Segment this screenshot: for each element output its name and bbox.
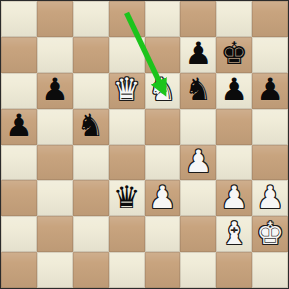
white-knight: ♞	[149, 74, 177, 105]
square-g2[interactable]: ♝	[216, 216, 252, 252]
square-b5[interactable]	[37, 109, 73, 145]
square-c1[interactable]	[73, 252, 109, 288]
white-queen: ♛	[113, 74, 141, 105]
square-e8[interactable]	[145, 1, 181, 37]
square-h3[interactable]: ♟	[252, 180, 288, 216]
square-f4[interactable]: ♟	[180, 145, 216, 181]
white-pawn: ♟	[149, 182, 177, 213]
black-pawn: ♟	[220, 74, 248, 105]
square-f1[interactable]	[180, 252, 216, 288]
square-c8[interactable]	[73, 1, 109, 37]
square-f5[interactable]	[180, 109, 216, 145]
square-b1[interactable]	[37, 252, 73, 288]
square-h1[interactable]	[252, 252, 288, 288]
square-a2[interactable]	[1, 216, 37, 252]
square-d3[interactable]: ♛	[109, 180, 145, 216]
black-knight: ♞	[77, 110, 105, 141]
square-c2[interactable]	[73, 216, 109, 252]
white-pawn: ♟	[184, 146, 212, 177]
square-b4[interactable]	[37, 145, 73, 181]
square-a4[interactable]	[1, 145, 37, 181]
black-queen: ♛	[113, 182, 141, 213]
square-h5[interactable]	[252, 109, 288, 145]
square-b7[interactable]	[37, 37, 73, 73]
square-e7[interactable]	[145, 37, 181, 73]
square-b2[interactable]	[37, 216, 73, 252]
square-c5[interactable]: ♞	[73, 109, 109, 145]
square-g8[interactable]	[216, 1, 252, 37]
square-h8[interactable]	[252, 1, 288, 37]
square-a6[interactable]	[1, 73, 37, 109]
black-king: ♚	[220, 38, 248, 69]
square-d6[interactable]: ♛	[109, 73, 145, 109]
square-f2[interactable]	[180, 216, 216, 252]
square-g1[interactable]	[216, 252, 252, 288]
square-c3[interactable]	[73, 180, 109, 216]
white-king: ♚	[256, 218, 284, 249]
square-a3[interactable]	[1, 180, 37, 216]
square-b6[interactable]: ♟	[37, 73, 73, 109]
square-h6[interactable]: ♟	[252, 73, 288, 109]
square-e3[interactable]: ♟	[145, 180, 181, 216]
square-h4[interactable]	[252, 145, 288, 181]
square-f8[interactable]	[180, 1, 216, 37]
square-c6[interactable]	[73, 73, 109, 109]
white-pawn: ♟	[256, 182, 284, 213]
black-knight: ♞	[184, 74, 212, 105]
chess-board-container: ♟♚♟♛♞♞♟♟♟♞♟♛♟♟♟♝♚	[0, 0, 289, 289]
square-h7[interactable]	[252, 37, 288, 73]
square-d2[interactable]	[109, 216, 145, 252]
square-g7[interactable]: ♚	[216, 37, 252, 73]
square-e4[interactable]	[145, 145, 181, 181]
square-g3[interactable]: ♟	[216, 180, 252, 216]
black-pawn: ♟	[256, 74, 284, 105]
square-b8[interactable]	[37, 1, 73, 37]
square-c4[interactable]	[73, 145, 109, 181]
square-f6[interactable]: ♞	[180, 73, 216, 109]
square-d4[interactable]	[109, 145, 145, 181]
square-e5[interactable]	[145, 109, 181, 145]
black-pawn: ♟	[184, 38, 212, 69]
square-a7[interactable]	[1, 37, 37, 73]
square-d1[interactable]	[109, 252, 145, 288]
square-g4[interactable]	[216, 145, 252, 181]
square-d7[interactable]	[109, 37, 145, 73]
white-bishop: ♝	[220, 218, 248, 249]
square-h2[interactable]: ♚	[252, 216, 288, 252]
black-pawn: ♟	[5, 110, 33, 141]
square-c7[interactable]	[73, 37, 109, 73]
square-d8[interactable]	[109, 1, 145, 37]
black-pawn: ♟	[41, 74, 69, 105]
square-e6[interactable]: ♞	[145, 73, 181, 109]
square-f7[interactable]: ♟	[180, 37, 216, 73]
square-g5[interactable]	[216, 109, 252, 145]
square-b3[interactable]	[37, 180, 73, 216]
square-a1[interactable]	[1, 252, 37, 288]
square-a5[interactable]: ♟	[1, 109, 37, 145]
white-pawn: ♟	[220, 182, 248, 213]
square-a8[interactable]	[1, 1, 37, 37]
square-f3[interactable]	[180, 180, 216, 216]
square-e1[interactable]	[145, 252, 181, 288]
square-g6[interactable]: ♟	[216, 73, 252, 109]
square-e2[interactable]	[145, 216, 181, 252]
chess-board: ♟♚♟♛♞♞♟♟♟♞♟♛♟♟♟♝♚	[0, 0, 289, 289]
square-d5[interactable]	[109, 109, 145, 145]
